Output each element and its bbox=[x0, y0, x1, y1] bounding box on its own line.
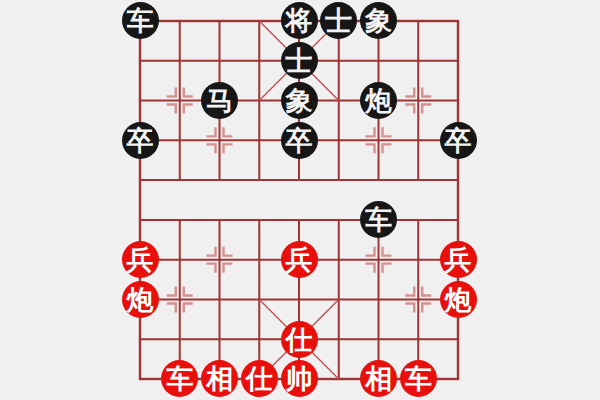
red-elephant[interactable]: 相 bbox=[201, 360, 238, 397]
red-soldier[interactable]: 兵 bbox=[122, 241, 159, 278]
red-chariot[interactable]: 车 bbox=[161, 360, 198, 397]
black-advisor[interactable]: 士 bbox=[320, 2, 357, 39]
black-chariot[interactable]: 车 bbox=[122, 2, 159, 39]
red-chariot[interactable]: 车 bbox=[400, 360, 437, 397]
red-cannon[interactable]: 炮 bbox=[440, 281, 477, 318]
black-advisor[interactable]: 士 bbox=[281, 42, 318, 79]
black-cannon[interactable]: 炮 bbox=[360, 82, 397, 119]
black-general[interactable]: 将 bbox=[281, 2, 318, 39]
black-soldier[interactable]: 卒 bbox=[122, 122, 159, 159]
red-elephant[interactable]: 相 bbox=[360, 360, 397, 397]
black-horse[interactable]: 马 bbox=[201, 82, 238, 119]
red-advisor[interactable]: 仕 bbox=[241, 360, 278, 397]
red-soldier[interactable]: 兵 bbox=[440, 241, 477, 278]
red-soldier[interactable]: 兵 bbox=[281, 241, 318, 278]
red-general[interactable]: 帅 bbox=[281, 360, 318, 397]
xiangqi-screenshot: 车将士象士马象炮卒卒卒车兵兵兵炮炮仕车相仕帅相车 bbox=[0, 0, 600, 400]
black-elephant[interactable]: 象 bbox=[360, 2, 397, 39]
black-chariot[interactable]: 车 bbox=[360, 201, 397, 238]
black-soldier[interactable]: 卒 bbox=[440, 122, 477, 159]
piece-layer: 车将士象士马象炮卒卒卒车兵兵兵炮炮仕车相仕帅相车 bbox=[120, 1, 478, 399]
red-advisor[interactable]: 仕 bbox=[281, 321, 318, 358]
black-soldier[interactable]: 卒 bbox=[281, 122, 318, 159]
xiangqi-board: 车将士象士马象炮卒卒卒车兵兵兵炮炮仕车相仕帅相车 bbox=[0, 0, 600, 400]
black-elephant[interactable]: 象 bbox=[281, 82, 318, 119]
red-cannon[interactable]: 炮 bbox=[122, 281, 159, 318]
